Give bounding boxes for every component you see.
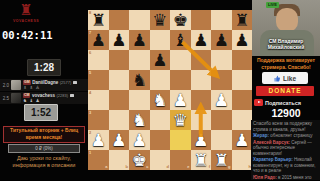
live-badge: LIVE — [266, 2, 279, 8]
square-f5[interactable] — [191, 70, 212, 90]
square-c5[interactable]: ♞ — [129, 70, 150, 90]
chat-message: Юля Радо: в 2015 меня это трогательно уд… — [253, 175, 319, 181]
banner-line1: Титульный вторник + Блиц — [4, 127, 84, 134]
square-h5[interactable] — [232, 70, 253, 90]
square-g6[interactable] — [211, 50, 232, 70]
white-rook[interactable]: ♜ — [191, 150, 212, 170]
white-pawn[interactable]: ♟ — [129, 130, 150, 150]
subscribe-button[interactable]: Подписаться — [254, 98, 316, 107]
square-d7[interactable] — [150, 30, 171, 50]
player-row-bottom: 2.5 CM vovachess (2283) ♞ ♝ ♟ — [0, 92, 88, 104]
square-e3[interactable]: ♛ — [170, 110, 191, 130]
player-row-top: 2.0 GM DaniilDagne (2577) ♗ ♗ ♙ — [0, 79, 88, 91]
board-grid: 8♜♛♚♜7♟♟♟♝♟♟♟6♟5♞4♞♟♟3♞♛2♟♟♟♟♟1abc♚def♜g… — [88, 10, 252, 170]
square-f1[interactable]: f♜ — [191, 150, 212, 170]
square-d8[interactable]: ♛ — [150, 10, 171, 30]
square-e5[interactable] — [170, 70, 191, 90]
flag-icon — [73, 81, 77, 84]
white-pawn[interactable]: ♟ — [170, 90, 191, 110]
chat-nick[interactable]: Юля Радо: — [253, 175, 278, 180]
flag-icon — [70, 94, 74, 97]
square-b6[interactable] — [109, 50, 130, 70]
donate-button[interactable]: DONATE — [256, 86, 314, 96]
captured-pieces: ♞ ♝ ♟ — [23, 98, 74, 103]
square-g7[interactable]: ♟ — [211, 30, 232, 50]
square-e6[interactable] — [170, 50, 191, 70]
tournament-banner: Титульный вторник + Блиц время месяца! — [3, 126, 85, 143]
rank-label: 1 — [89, 151, 91, 155]
black-bishop[interactable]: ♝ — [170, 30, 191, 50]
square-d1[interactable]: d — [150, 150, 171, 170]
square-h7[interactable]: ♟ — [232, 30, 253, 50]
square-c2[interactable]: ♟ — [129, 130, 150, 150]
white-knight[interactable]: ♞ — [150, 90, 171, 110]
file-label: a — [105, 165, 107, 169]
donation-progress-bar: 0 ₽ (0%) — [8, 144, 80, 153]
score-top: 2.0 — [0, 83, 9, 88]
square-a5[interactable]: 5 — [88, 70, 109, 90]
square-a7[interactable]: 7♟ — [88, 30, 109, 50]
square-b7[interactable]: ♟ — [109, 30, 130, 50]
black-pawn[interactable]: ♟ — [211, 30, 232, 50]
white-pawn[interactable]: ♟ — [191, 130, 212, 150]
file-label: e — [187, 165, 189, 169]
square-d4[interactable]: ♞ — [150, 90, 171, 110]
support-line2: стримера. Спасибо! — [252, 64, 320, 71]
lessons-info: Даю уроки по скайпу, информация в описан… — [0, 155, 88, 169]
black-king[interactable]: ♚ — [170, 10, 191, 30]
chat-message: Характер Барьер: Николай комментирует, н… — [253, 157, 319, 174]
square-g2[interactable] — [211, 130, 232, 150]
square-f4[interactable] — [191, 90, 212, 110]
square-d6[interactable]: ♟ — [150, 50, 171, 70]
chat-message: Жерар: обновляет страницу — [253, 133, 319, 139]
white-queen[interactable]: ♛ — [170, 110, 191, 130]
white-pawn[interactable]: ♟ — [109, 130, 130, 150]
square-h6[interactable] — [232, 50, 253, 70]
square-h8[interactable]: ♜ — [232, 10, 253, 30]
square-e8[interactable]: ♚ — [170, 10, 191, 30]
square-c7[interactable]: ♟ — [129, 30, 150, 50]
square-a6[interactable]: 6 — [88, 50, 109, 70]
square-e7[interactable]: ♝ — [170, 30, 191, 50]
square-g1[interactable]: g♜ — [211, 150, 232, 170]
square-f6[interactable] — [191, 50, 212, 70]
square-c1[interactable]: c♚ — [129, 150, 150, 170]
black-pawn[interactable]: ♟ — [129, 30, 150, 50]
file-label: b — [126, 165, 128, 169]
logo-text: VOVACHESS — [6, 19, 46, 23]
black-queen[interactable]: ♛ — [150, 10, 171, 30]
subscriber-count: 12900 — [252, 107, 320, 119]
square-a2[interactable]: 2♟ — [88, 130, 109, 150]
square-c4[interactable] — [129, 90, 150, 110]
thumbs-up-icon — [274, 75, 281, 82]
chat-text: Спасибо всем за поддержку стрима и канал… — [253, 121, 312, 132]
lessons-line1: Даю уроки по скайпу, — [0, 155, 88, 162]
banner-line2: время месяца! — [4, 134, 84, 141]
square-a8[interactable]: 8♜ — [88, 10, 109, 30]
white-knight[interactable]: ♞ — [129, 110, 150, 130]
square-g4[interactable]: ♟ — [211, 90, 232, 110]
square-a3[interactable]: 3 — [88, 110, 109, 130]
square-b3[interactable] — [109, 110, 130, 130]
black-pawn[interactable]: ♟ — [191, 30, 212, 50]
white-clock: 1:52 — [24, 104, 58, 121]
lessons-line2: информация в описании — [0, 162, 88, 169]
rank-label: 5 — [89, 71, 91, 75]
square-f8[interactable] — [191, 10, 212, 30]
chat-nick[interactable]: Жерар: — [253, 133, 270, 138]
square-b1[interactable]: b — [109, 150, 130, 170]
chat-message: Алексей Барсук: Сергей — обычно интересн… — [253, 140, 319, 157]
square-e4[interactable]: ♟ — [170, 90, 191, 110]
stream-timer: 00:42:11 — [2, 29, 72, 41]
stream-screen: ♜ VOVACHESS 00:42:11 1:28 2.0 GM DaniilD… — [0, 0, 320, 180]
square-a1[interactable]: 1a — [88, 150, 109, 170]
black-pawn[interactable]: ♟ — [150, 50, 171, 70]
like-label: Like — [283, 75, 296, 82]
chat-panel[interactable]: Спасибо всем за поддержку стрима и канал… — [251, 120, 320, 180]
avatar — [11, 80, 21, 90]
square-d5[interactable] — [150, 70, 171, 90]
rank-label: 4 — [89, 91, 91, 95]
square-g5[interactable] — [211, 70, 232, 90]
black-pawn[interactable]: ♟ — [109, 30, 130, 50]
youtube-play-icon — [254, 99, 263, 106]
square-h2[interactable]: ♟ — [232, 130, 253, 150]
black-rook[interactable]: ♜ — [88, 10, 109, 30]
white-rook[interactable]: ♜ — [211, 150, 232, 170]
square-b2[interactable]: ♟ — [109, 130, 130, 150]
streamer-face — [276, 8, 298, 32]
square-d3[interactable] — [150, 110, 171, 130]
captured-pieces: ♗ ♗ ♙ — [23, 85, 77, 90]
white-pawn[interactable]: ♟ — [232, 130, 253, 150]
chess-board[interactable]: 8♜♛♚♜7♟♟♟♝♟♟♟6♟5♞4♞♟♟3♞♛2♟♟♟♟♟1abc♚def♜g… — [88, 10, 252, 170]
streamer-caption: СМ Владимир Михайловский — [252, 38, 320, 50]
square-e2[interactable] — [170, 130, 191, 150]
black-clock: 1:28 — [27, 59, 61, 76]
square-c8[interactable] — [129, 10, 150, 30]
square-b4[interactable] — [109, 90, 130, 110]
score-bottom: 2.5 — [0, 96, 9, 101]
square-a4[interactable]: 4 — [88, 90, 109, 110]
square-d2[interactable] — [150, 130, 171, 150]
white-pawn[interactable]: ♟ — [211, 90, 232, 110]
like-button[interactable]: Like — [262, 72, 308, 84]
black-pawn[interactable]: ♟ — [88, 30, 109, 50]
square-f7[interactable]: ♟ — [191, 30, 212, 50]
black-rook[interactable]: ♜ — [232, 10, 253, 30]
square-f2[interactable]: ♟ — [191, 130, 212, 150]
black-knight[interactable]: ♞ — [129, 70, 150, 90]
square-e1[interactable]: e — [170, 150, 191, 170]
square-h4[interactable] — [232, 90, 253, 110]
caption-line2: Михайловский — [252, 44, 320, 50]
square-h1[interactable]: h — [232, 150, 253, 170]
square-b5[interactable] — [109, 70, 130, 90]
black-pawn[interactable]: ♟ — [232, 30, 253, 50]
subscribe-label: Подписаться — [265, 100, 301, 106]
square-g8[interactable] — [211, 10, 232, 30]
square-b8[interactable] — [109, 10, 130, 30]
square-g3[interactable] — [211, 110, 232, 130]
support-message: Поддержка мотивирует стримера. Спасибо! — [252, 57, 320, 70]
file-label: d — [167, 165, 169, 169]
square-c6[interactable] — [129, 50, 150, 70]
chat-text: обновляет страницу — [270, 133, 312, 138]
chat-nick[interactable]: Алексей Барсук: — [253, 140, 291, 145]
avatar — [11, 93, 21, 103]
rank-label: 3 — [89, 111, 91, 115]
square-f3[interactable] — [191, 110, 212, 130]
square-h3[interactable] — [232, 110, 253, 130]
chat-nick[interactable]: Характер Барьер: — [253, 157, 294, 162]
square-c3[interactable]: ♞ — [129, 110, 150, 130]
rank-label: 6 — [89, 51, 91, 55]
white-king[interactable]: ♚ — [129, 150, 150, 170]
channel-logo: ♜ VOVACHESS — [6, 1, 46, 29]
chat-message: Спасибо всем за поддержку стрима и канал… — [253, 121, 319, 132]
support-line1: Поддержка мотивирует — [252, 57, 320, 64]
rook-logo-icon: ♜ — [6, 1, 46, 19]
white-pawn[interactable]: ♟ — [88, 130, 109, 150]
